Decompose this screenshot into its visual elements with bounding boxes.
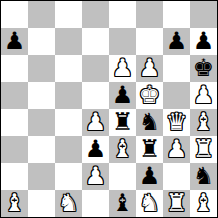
- square-d8[interactable]: [82, 1, 109, 28]
- square-b4[interactable]: [28, 109, 55, 136]
- square-a7[interactable]: ♟: [1, 28, 28, 55]
- square-a6[interactable]: [1, 55, 28, 82]
- square-b5[interactable]: [28, 82, 55, 109]
- square-a8[interactable]: [1, 1, 28, 28]
- piece-white-bishop[interactable]: ♝: [193, 109, 215, 136]
- square-f3[interactable]: ♜: [136, 136, 163, 163]
- square-b2[interactable]: [28, 163, 55, 190]
- square-c4[interactable]: [55, 109, 82, 136]
- square-f8[interactable]: [136, 1, 163, 28]
- piece-black-bishop[interactable]: ♝: [112, 190, 134, 217]
- piece-white-rook[interactable]: ♜: [193, 136, 215, 163]
- piece-black-knight[interactable]: ♞: [139, 109, 161, 136]
- square-c2[interactable]: [55, 163, 82, 190]
- piece-black-rook[interactable]: ♜: [112, 109, 134, 136]
- square-a3[interactable]: [1, 136, 28, 163]
- square-d4[interactable]: ♟: [82, 109, 109, 136]
- square-g4[interactable]: ♛: [163, 109, 190, 136]
- piece-white-pawn[interactable]: ♟: [85, 109, 107, 136]
- square-d3[interactable]: ♟: [82, 136, 109, 163]
- square-h2[interactable]: ♞: [190, 163, 217, 190]
- square-g2[interactable]: [163, 163, 190, 190]
- square-h5[interactable]: ♟: [190, 82, 217, 109]
- piece-black-pawn[interactable]: ♟: [112, 82, 134, 109]
- piece-black-rook[interactable]: ♜: [139, 136, 161, 163]
- piece-white-pawn[interactable]: ♟: [166, 136, 188, 163]
- square-f4[interactable]: ♞: [136, 109, 163, 136]
- square-h3[interactable]: ♜: [190, 136, 217, 163]
- square-h6[interactable]: ♚: [190, 55, 217, 82]
- piece-white-knight[interactable]: ♞: [139, 190, 161, 217]
- piece-black-pawn[interactable]: ♟: [193, 28, 215, 55]
- square-d2[interactable]: ♟: [82, 163, 109, 190]
- square-a1[interactable]: ♝: [1, 190, 28, 217]
- square-c8[interactable]: [55, 1, 82, 28]
- square-f1[interactable]: ♞: [136, 190, 163, 217]
- square-a2[interactable]: [1, 163, 28, 190]
- piece-black-pawn[interactable]: ♟: [166, 28, 188, 55]
- square-e2[interactable]: [109, 163, 136, 190]
- piece-black-knight[interactable]: ♞: [193, 163, 215, 190]
- piece-black-pawn[interactable]: ♟: [4, 28, 26, 55]
- piece-white-pawn[interactable]: ♟: [85, 163, 107, 190]
- chess-diagram: ♟♟♟♟♟♚♟♚♟♟♜♞♛♝♟♝♜♟♜♟♟♞♝♞♝♞♜♝: [0, 0, 218, 218]
- piece-black-pawn[interactable]: ♟: [85, 136, 107, 163]
- square-f7[interactable]: [136, 28, 163, 55]
- square-e4[interactable]: ♜: [109, 109, 136, 136]
- piece-white-king[interactable]: ♚: [139, 82, 161, 109]
- square-e6[interactable]: ♟: [109, 55, 136, 82]
- square-d7[interactable]: [82, 28, 109, 55]
- piece-white-pawn[interactable]: ♟: [112, 55, 134, 82]
- square-f2[interactable]: ♟: [136, 163, 163, 190]
- square-g8[interactable]: [163, 1, 190, 28]
- square-g7[interactable]: ♟: [163, 28, 190, 55]
- square-g5[interactable]: [163, 82, 190, 109]
- square-b8[interactable]: [28, 1, 55, 28]
- piece-black-king[interactable]: ♚: [193, 55, 215, 82]
- square-f5[interactable]: ♚: [136, 82, 163, 109]
- square-h4[interactable]: ♝: [190, 109, 217, 136]
- square-c7[interactable]: [55, 28, 82, 55]
- piece-white-bishop[interactable]: ♝: [193, 190, 215, 217]
- piece-white-bishop[interactable]: ♝: [112, 136, 134, 163]
- piece-black-pawn[interactable]: ♟: [139, 163, 161, 190]
- square-e8[interactable]: [109, 1, 136, 28]
- square-f6[interactable]: ♟: [136, 55, 163, 82]
- square-b3[interactable]: [28, 136, 55, 163]
- piece-white-pawn[interactable]: ♟: [139, 55, 161, 82]
- piece-white-rook[interactable]: ♜: [166, 190, 188, 217]
- square-d5[interactable]: [82, 82, 109, 109]
- square-c6[interactable]: [55, 55, 82, 82]
- square-e1[interactable]: ♝: [109, 190, 136, 217]
- square-e7[interactable]: [109, 28, 136, 55]
- square-e3[interactable]: ♝: [109, 136, 136, 163]
- square-a5[interactable]: [1, 82, 28, 109]
- piece-white-knight[interactable]: ♞: [58, 190, 80, 217]
- square-c3[interactable]: [55, 136, 82, 163]
- square-h8[interactable]: [190, 1, 217, 28]
- square-g3[interactable]: ♟: [163, 136, 190, 163]
- piece-white-bishop[interactable]: ♝: [4, 190, 26, 217]
- square-b7[interactable]: [28, 28, 55, 55]
- square-a4[interactable]: [1, 109, 28, 136]
- square-c5[interactable]: [55, 82, 82, 109]
- square-e5[interactable]: ♟: [109, 82, 136, 109]
- square-b1[interactable]: [28, 190, 55, 217]
- piece-white-queen[interactable]: ♛: [166, 109, 188, 136]
- square-h7[interactable]: ♟: [190, 28, 217, 55]
- square-d6[interactable]: [82, 55, 109, 82]
- square-h1[interactable]: ♝: [190, 190, 217, 217]
- square-d1[interactable]: [82, 190, 109, 217]
- chess-board: ♟♟♟♟♟♚♟♚♟♟♜♞♛♝♟♝♜♟♜♟♟♞♝♞♝♞♜♝: [0, 0, 218, 218]
- square-b6[interactable]: [28, 55, 55, 82]
- square-c1[interactable]: ♞: [55, 190, 82, 217]
- square-g1[interactable]: ♜: [163, 190, 190, 217]
- piece-white-pawn[interactable]: ♟: [193, 82, 215, 109]
- square-g6[interactable]: [163, 55, 190, 82]
